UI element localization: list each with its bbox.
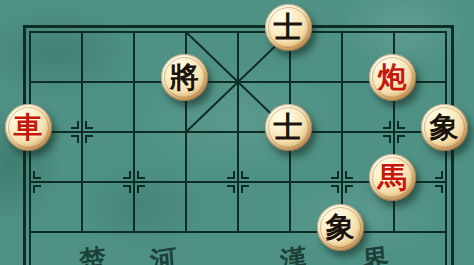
black-advisor-2[interactable]: 士 — [265, 104, 312, 151]
black-piece-character: 象 — [326, 213, 355, 242]
red-piece-character: 炮 — [378, 63, 407, 92]
red-cannon[interactable]: 炮 — [369, 54, 416, 101]
black-piece-character: 象 — [430, 113, 459, 142]
black-piece-character: 士 — [274, 113, 303, 142]
black-elephant-2[interactable]: 象 — [317, 204, 364, 251]
red-piece-character: 車 — [14, 113, 43, 142]
black-elephant-1[interactable]: 象 — [421, 104, 468, 151]
black-general[interactable]: 將 — [161, 54, 208, 101]
red-piece-character: 馬 — [378, 163, 407, 192]
black-advisor-1[interactable]: 士 — [265, 4, 312, 51]
black-piece-character: 士 — [274, 13, 303, 42]
red-chariot[interactable]: 車 — [5, 104, 52, 151]
red-horse[interactable]: 馬 — [369, 154, 416, 201]
board-intersections[interactable]: 士將炮車士象馬象 — [4, 7, 472, 257]
xiangqi-board: 楚 河 漢 界 士將炮車士象馬象 — [0, 0, 474, 265]
black-piece-character: 將 — [170, 63, 199, 92]
